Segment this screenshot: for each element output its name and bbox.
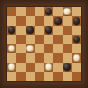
board-square[interactable] — [44, 53, 53, 62]
board-square[interactable] — [72, 7, 81, 16]
checker-piece-light[interactable] — [73, 54, 80, 61]
board-square[interactable] — [53, 35, 62, 44]
board-square[interactable] — [63, 63, 72, 72]
board-square[interactable] — [44, 44, 53, 53]
board-square[interactable] — [26, 16, 35, 25]
board-square[interactable] — [16, 35, 25, 44]
board-square[interactable] — [7, 53, 16, 62]
board-square[interactable] — [63, 72, 72, 81]
board-square[interactable] — [63, 7, 72, 16]
board-square[interactable] — [53, 26, 62, 35]
checker-piece-dark[interactable] — [73, 36, 80, 43]
board-square[interactable] — [35, 53, 44, 62]
checker-piece-light[interactable] — [63, 8, 70, 15]
board-square[interactable] — [7, 7, 16, 16]
board-square[interactable] — [26, 72, 35, 81]
board-square[interactable] — [16, 72, 25, 81]
board-square[interactable] — [53, 7, 62, 16]
board-square[interactable] — [16, 63, 25, 72]
board-square[interactable] — [72, 72, 81, 81]
board-square[interactable] — [53, 16, 62, 25]
board-square[interactable] — [44, 26, 53, 35]
board-square[interactable] — [26, 53, 35, 62]
board-square[interactable] — [53, 44, 62, 53]
board-square[interactable] — [72, 53, 81, 62]
board-square[interactable] — [44, 16, 53, 25]
board-square[interactable] — [63, 53, 72, 62]
board-square[interactable] — [16, 53, 25, 62]
checker-piece-dark[interactable] — [45, 8, 52, 15]
board-square[interactable] — [72, 44, 81, 53]
checker-piece-dark[interactable] — [54, 17, 61, 24]
board-square[interactable] — [44, 35, 53, 44]
board-square[interactable] — [63, 26, 72, 35]
checker-piece-light[interactable] — [8, 63, 15, 70]
board-square[interactable] — [63, 35, 72, 44]
board-square[interactable] — [26, 7, 35, 16]
board-square[interactable] — [53, 53, 62, 62]
checker-piece-dark[interactable] — [26, 26, 33, 33]
checker-piece-light[interactable] — [26, 45, 33, 52]
board-square[interactable] — [7, 44, 16, 53]
checker-piece-light[interactable] — [8, 45, 15, 52]
board-square[interactable] — [26, 63, 35, 72]
board-square[interactable] — [26, 44, 35, 53]
board-square[interactable] — [53, 72, 62, 81]
board-square[interactable] — [7, 16, 16, 25]
board-square[interactable] — [35, 72, 44, 81]
board-square[interactable] — [44, 7, 53, 16]
board-square[interactable] — [44, 72, 53, 81]
board-square[interactable] — [44, 63, 53, 72]
checker-piece-light[interactable] — [45, 63, 52, 70]
board-square[interactable] — [63, 16, 72, 25]
board-square[interactable] — [35, 35, 44, 44]
checker-piece-dark[interactable] — [63, 63, 70, 70]
board-square[interactable] — [72, 63, 81, 72]
board-square[interactable] — [16, 7, 25, 16]
board-square[interactable] — [72, 26, 81, 35]
board-square[interactable] — [72, 16, 81, 25]
board-square[interactable] — [7, 63, 16, 72]
board-square[interactable] — [16, 16, 25, 25]
board-square[interactable] — [35, 63, 44, 72]
checker-piece-dark[interactable] — [45, 26, 52, 33]
board-frame — [0, 0, 88, 88]
board-square[interactable] — [16, 26, 25, 35]
board-square[interactable] — [16, 44, 25, 53]
checkers-board — [7, 7, 81, 81]
board-square[interactable] — [7, 35, 16, 44]
board-square[interactable] — [26, 26, 35, 35]
checker-piece-dark[interactable] — [73, 17, 80, 24]
board-square[interactable] — [35, 26, 44, 35]
board-square[interactable] — [53, 63, 62, 72]
board-square[interactable] — [7, 72, 16, 81]
board-square[interactable] — [35, 44, 44, 53]
board-square[interactable] — [72, 35, 81, 44]
board-square[interactable] — [35, 7, 44, 16]
checker-piece-dark[interactable] — [8, 26, 15, 33]
board-square[interactable] — [35, 16, 44, 25]
board-square[interactable] — [7, 26, 16, 35]
board-square[interactable] — [63, 44, 72, 53]
board-square[interactable] — [26, 35, 35, 44]
